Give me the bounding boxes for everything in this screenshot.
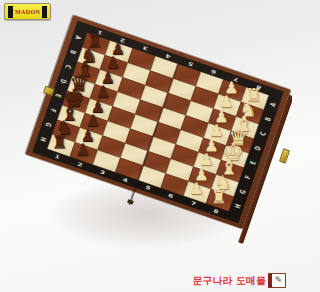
- store-watermark: 문구나라 도매몰 ✎: [193, 273, 286, 288]
- badge-pillar-icon: [42, 6, 47, 18]
- brand-badge-label: MADON: [15, 9, 40, 15]
- brand-badge: MADON: [4, 3, 51, 20]
- pencil-icon: ✎: [268, 273, 286, 288]
- badge-pillar-icon: [8, 6, 13, 18]
- brass-latch-right: [279, 148, 290, 164]
- store-watermark-text: 문구나라 도매몰: [193, 274, 266, 288]
- product-photo-scene: 12345678 12345678 ABCDEFGH ABCDEFGH ♜♟♟♜…: [0, 0, 292, 292]
